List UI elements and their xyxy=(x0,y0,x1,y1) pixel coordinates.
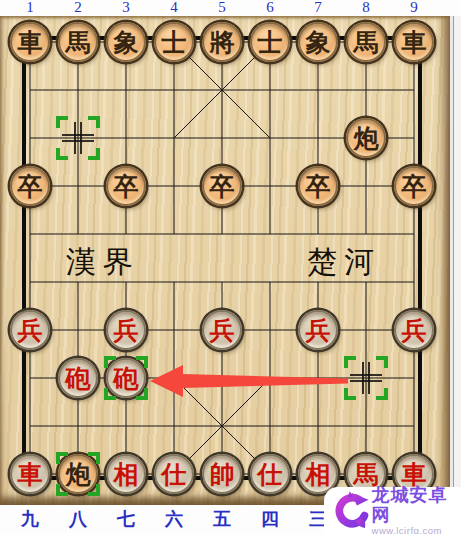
watermark-url: www.lcjrfg.com xyxy=(372,525,461,534)
piece-red-general[interactable]: 帥 xyxy=(202,454,242,494)
file-label-top: 6 xyxy=(258,0,282,16)
piece-black-soldier[interactable]: 卒 xyxy=(106,166,146,206)
piece-black-soldier[interactable]: 卒 xyxy=(394,166,434,206)
file-label-top: 5 xyxy=(210,0,234,16)
piece-black-general[interactable]: 將 xyxy=(202,22,242,62)
piece-black-elephant[interactable]: 象 xyxy=(298,22,338,62)
file-label-bottom: 六 xyxy=(160,508,188,530)
piece-red-advisor[interactable]: 仕 xyxy=(250,454,290,494)
xiangqi-app-screen: 漢界 楚河 123456789 九八七六五四三 車馬象士將士象馬車炮卒卒卒卒卒兵… xyxy=(0,0,461,534)
river-label-right: 楚河 xyxy=(302,245,386,279)
piece-black-advisor[interactable]: 士 xyxy=(250,22,290,62)
piece-red-chariot[interactable]: 車 xyxy=(10,454,50,494)
piece-black-cannon[interactable]: 炮 xyxy=(346,118,386,158)
dragon-logo-icon xyxy=(329,490,369,532)
file-label-top: 8 xyxy=(354,0,378,16)
file-label-bottom: 四 xyxy=(256,508,284,530)
piece-red-advisor[interactable]: 仕 xyxy=(154,454,194,494)
piece-black-horse[interactable]: 馬 xyxy=(58,22,98,62)
file-label-bottom: 五 xyxy=(208,508,236,530)
piece-red-soldier[interactable]: 兵 xyxy=(298,310,338,350)
piece-black-soldier[interactable]: 卒 xyxy=(10,166,50,206)
piece-black-advisor[interactable]: 士 xyxy=(154,22,194,62)
piece-red-soldier[interactable]: 兵 xyxy=(10,310,50,350)
file-label-top: 2 xyxy=(66,0,90,16)
piece-black-soldier[interactable]: 卒 xyxy=(298,166,338,206)
watermark-title: 龙城安卓网 xyxy=(372,485,461,525)
file-label-bottom: 八 xyxy=(64,508,92,530)
window-edge-panel xyxy=(450,16,461,534)
piece-black-soldier[interactable]: 卒 xyxy=(202,166,242,206)
file-label-top: 7 xyxy=(306,0,330,16)
piece-black-cannon[interactable]: 炮 xyxy=(58,454,98,494)
piece-black-horse[interactable]: 馬 xyxy=(346,22,386,62)
file-label-top: 9 xyxy=(402,0,426,16)
piece-red-elephant[interactable]: 相 xyxy=(106,454,146,494)
piece-red-cannon[interactable]: 砲 xyxy=(106,358,146,398)
piece-black-chariot[interactable]: 車 xyxy=(394,22,434,62)
file-label-bottom: 七 xyxy=(112,508,140,530)
piece-black-elephant[interactable]: 象 xyxy=(106,22,146,62)
piece-red-soldier[interactable]: 兵 xyxy=(202,310,242,350)
piece-red-soldier[interactable]: 兵 xyxy=(106,310,146,350)
river-label-left: 漢界 xyxy=(61,245,145,279)
file-label-top: 1 xyxy=(18,0,42,16)
file-label-bottom: 九 xyxy=(16,508,44,530)
file-label-top: 3 xyxy=(114,0,138,16)
piece-black-chariot[interactable]: 車 xyxy=(10,22,50,62)
piece-red-soldier[interactable]: 兵 xyxy=(394,310,434,350)
watermark: 龙城安卓网 www.lcjrfg.com xyxy=(324,487,461,534)
file-label-top: 4 xyxy=(162,0,186,16)
piece-red-cannon[interactable]: 砲 xyxy=(58,358,98,398)
